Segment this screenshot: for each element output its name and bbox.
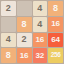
tile-4: 4 — [1, 33, 16, 48]
tile-64: 64 — [48, 33, 63, 48]
tile-4: 4 — [33, 1, 48, 16]
tile-8: 8 — [17, 17, 32, 32]
tile-2: 2 — [17, 33, 32, 48]
tile-32: 32 — [33, 48, 48, 63]
tile-16: 16 — [48, 17, 63, 32]
tile-16: 16 — [17, 48, 32, 63]
tile-256: 256 — [48, 48, 63, 63]
tile-8: 8 — [1, 48, 16, 63]
empty-cell — [1, 17, 16, 32]
tile-8: 8 — [48, 1, 63, 16]
tile-4: 4 — [33, 17, 48, 32]
empty-cell — [17, 1, 32, 16]
2048-board[interactable]: 248841642166481632256 — [0, 0, 64, 64]
tile-2: 2 — [1, 1, 16, 16]
tile-16: 16 — [33, 33, 48, 48]
